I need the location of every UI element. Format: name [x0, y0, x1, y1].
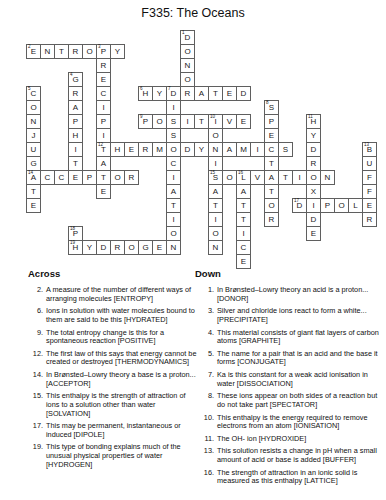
grid-cell-r11c24[interactable]: F — [362, 184, 377, 199]
cell-letter: P — [73, 117, 78, 126]
cell-letter: N — [213, 145, 219, 154]
cell-letter: O — [156, 117, 162, 126]
clue-text: This enthalpy is the strength of attract… — [46, 392, 200, 418]
grid-cell-r4c11[interactable]: R — [180, 86, 195, 101]
cell-letter: P — [143, 117, 148, 126]
cell-letter: O — [128, 243, 134, 252]
across-clue-12: 12.The first law of this says that energ… — [10, 350, 200, 367]
cell-letter: N — [213, 243, 219, 252]
cell-letter: D — [241, 89, 247, 98]
grid-cell-r12c22[interactable]: O — [334, 198, 349, 213]
clue-num-label: 15. — [10, 392, 46, 418]
clue-num-label: 14. — [10, 371, 46, 388]
grid-cell-r10c14[interactable]: O — [222, 170, 237, 185]
cell-letter: I — [102, 103, 104, 112]
down-clues-list: 1.In Brønsted–Lowry theory an acid is a … — [192, 286, 384, 486]
cell-letter: E — [101, 187, 106, 196]
grid-cell-r4c10[interactable]: 7D — [166, 86, 181, 101]
clue-text: Ka is this constant for a weak acid ioni… — [217, 371, 384, 388]
grid-cell-r8c5[interactable]: 12T — [96, 142, 111, 157]
cell-letter: P — [87, 173, 92, 182]
grid-cell-r8c9[interactable]: M — [152, 142, 167, 157]
grid-cell-r10c18[interactable]: T — [278, 170, 293, 185]
grid-cell-r10c3[interactable]: E — [68, 170, 83, 185]
cell-letter: T — [213, 89, 218, 98]
grid-cell-r8c0[interactable]: U — [26, 142, 41, 157]
grid-cell-r11c10[interactable]: A — [166, 184, 181, 199]
clue-num-label: 5. — [192, 350, 217, 367]
cell-letter: T — [59, 47, 64, 56]
cell-letter: T — [171, 201, 176, 210]
grid-cell-r4c13[interactable]: T — [208, 86, 223, 101]
cell-letter: C — [101, 89, 107, 98]
grid-cell-r13c17[interactable]: R — [264, 212, 279, 227]
grid-cell-r11c13[interactable]: A — [208, 184, 223, 199]
grid-cell-r9c3[interactable]: T — [68, 156, 83, 171]
cell-letter: E — [367, 201, 372, 210]
grid-cell-r6c10[interactable]: S — [166, 114, 181, 129]
cell-letter: I — [214, 215, 216, 224]
cell-letter: T — [213, 201, 218, 210]
cell-letter: M — [156, 145, 163, 154]
grid-cell-r7c10[interactable]: S — [166, 128, 181, 143]
cell-letter: E — [227, 89, 232, 98]
cell-letter: D — [171, 89, 177, 98]
across-clue-14: 14.In Brønsted–Lowry theory a base is a … — [10, 371, 200, 388]
grid-cell-r7c17[interactable]: E — [264, 128, 279, 143]
cell-letter: C — [241, 243, 247, 252]
grid-cell-r6c13[interactable]: 10I — [208, 114, 223, 129]
clue-number-7: 7 — [168, 87, 171, 92]
grid-cell-r13c13[interactable]: I — [208, 212, 223, 227]
grid-cell-r12c24[interactable]: E — [362, 198, 377, 213]
cell-letter: E — [241, 257, 246, 266]
grid-cell-r5c5[interactable]: I — [96, 100, 111, 115]
grid-cell-r6c15[interactable]: E — [236, 114, 251, 129]
cell-letter: C — [31, 89, 37, 98]
cell-letter: L — [353, 201, 357, 210]
grid-cell-r9c24[interactable]: U — [362, 156, 377, 171]
grid-cell-r8c13[interactable]: N — [208, 142, 223, 157]
cell-letter: A — [171, 187, 176, 196]
grid-cell-r12c15[interactable]: T — [236, 198, 251, 213]
cell-letter: Y — [311, 131, 316, 140]
grid-cell-r10c1[interactable]: C — [40, 170, 55, 185]
grid-cell-r10c13[interactable]: 15S — [208, 170, 223, 185]
cell-letter: P — [101, 47, 106, 56]
cell-letter: G — [72, 75, 78, 84]
clue-number-13: 13 — [364, 143, 369, 148]
cell-letter: T — [283, 173, 288, 182]
cell-letter: V — [255, 173, 260, 182]
grid-cell-r14c3[interactable]: 18P — [68, 226, 83, 241]
cell-letter: H — [73, 131, 79, 140]
grid-cell-r11c0[interactable]: T — [26, 184, 41, 199]
clue-text: This enthalpy is the energy required to … — [217, 414, 384, 431]
grid-cell-r6c8[interactable]: 9P — [138, 114, 153, 129]
clue-text: The strength of attraction in an ionic s… — [217, 469, 384, 486]
cell-letter: I — [74, 145, 76, 154]
down-header: Down — [195, 268, 384, 279]
grid-cell-r6c0[interactable]: N — [26, 114, 41, 129]
clue-number-19: 19 — [70, 241, 75, 246]
cell-letter: E — [73, 173, 78, 182]
cell-letter: D — [185, 33, 191, 42]
across-clues-list: 2.A measure of the number of different w… — [10, 286, 200, 469]
grid-cell-r11c5[interactable]: E — [96, 184, 111, 199]
grid-cell-r10c20[interactable]: O — [306, 170, 321, 185]
grid-cell-r9c20[interactable]: R — [306, 156, 321, 171]
grid-cell-r14c20[interactable]: E — [306, 226, 321, 241]
grid-cell-r7c0[interactable]: J — [26, 128, 41, 143]
clue-text: This may be permanent, instantaneous or … — [46, 422, 200, 439]
cell-letter: S — [171, 131, 176, 140]
grid-cell-r9c10[interactable]: C — [166, 156, 181, 171]
page-title: F335: The Oceans — [0, 6, 386, 20]
cell-letter: A — [269, 173, 274, 182]
grid-cell-r4c14[interactable]: E — [222, 86, 237, 101]
cell-letter: T — [241, 201, 246, 210]
grid-cell-r1c5[interactable]: 3P — [96, 44, 111, 59]
clue-num-label: 1. — [192, 286, 217, 303]
grid-cell-r12c0[interactable]: E — [26, 198, 41, 213]
grid-cell-r4c0[interactable]: 5C — [26, 86, 41, 101]
cell-letter: R — [311, 159, 317, 168]
cell-letter: Y — [87, 243, 92, 252]
clue-number-1: 1 — [182, 31, 185, 36]
cell-letter: C — [59, 173, 65, 182]
clue-number-11: 11 — [308, 115, 313, 120]
clue-text: Ions in solution with water molecules bo… — [46, 307, 200, 324]
cell-letter: C — [269, 145, 275, 154]
cell-letter: A — [199, 89, 204, 98]
grid-cell-r8c11[interactable]: D — [180, 142, 195, 157]
grid-cell-r4c15[interactable]: D — [236, 86, 251, 101]
cell-letter: R — [143, 145, 149, 154]
grid-cell-r10c21[interactable]: N — [320, 170, 335, 185]
grid-cell-r8c15[interactable]: M — [236, 142, 251, 157]
grid-cell-r12c10[interactable]: T — [166, 198, 181, 213]
grid-cell-r14c10[interactable]: O — [166, 226, 181, 241]
cell-letter: X — [311, 187, 316, 196]
grid-cell-r1c0[interactable]: 2E — [26, 44, 41, 59]
grid-cell-r8c12[interactable]: Y — [194, 142, 209, 157]
grid-cell-r3c5[interactable]: E — [96, 72, 111, 87]
clue-number-9: 9 — [140, 115, 143, 120]
grid-cell-r8c10[interactable]: O — [166, 142, 181, 157]
grid-cell-r10c15[interactable]: 16L — [236, 170, 251, 185]
clue-num-label: 7. — [192, 371, 217, 388]
grid-cell-r8c7[interactable]: E — [124, 142, 139, 157]
cell-letter: F — [367, 173, 372, 182]
grid-cell-r10c0[interactable]: 14A — [26, 170, 41, 185]
cell-letter: P — [325, 201, 330, 210]
across-clue-19: 19.This type of bonding explains much of… — [10, 443, 200, 469]
grid-cell-r8c16[interactable]: I — [250, 142, 265, 157]
grid-cell-r15c4[interactable]: Y — [82, 240, 97, 255]
cell-letter: O — [310, 173, 316, 182]
cell-letter: R — [269, 215, 275, 224]
cell-letter: I — [256, 145, 258, 154]
grid-cell-r6c20[interactable]: 11H — [306, 114, 321, 129]
grid-cell-r14c13[interactable]: O — [208, 226, 223, 241]
grid-cell-r4c3[interactable]: R — [68, 86, 83, 101]
grid-cell-r15c10[interactable]: N — [166, 240, 181, 255]
clue-text: Silver and chloride ions react to form a… — [217, 307, 384, 324]
cell-letter: T — [73, 159, 78, 168]
cell-letter: V — [227, 117, 232, 126]
cell-letter: A — [101, 159, 106, 168]
clue-number-8: 8 — [266, 101, 269, 106]
down-clues-column: Down 1.In Brønsted–Lowry theory an acid … — [192, 266, 384, 490]
grid-cell-r10c4[interactable]: P — [82, 170, 97, 185]
clue-number-15: 15 — [210, 171, 215, 176]
grid-cell-r1c6[interactable]: Y — [110, 44, 125, 59]
grid-cell-r15c9[interactable]: E — [152, 240, 167, 255]
grid-cell-r10c17[interactable]: A — [264, 170, 279, 185]
cell-letter: J — [32, 131, 36, 140]
grid-cell-r4c8[interactable]: 6H — [138, 86, 153, 101]
cell-letter: A — [227, 145, 232, 154]
grid-cell-r12c19[interactable]: 17D — [292, 198, 307, 213]
cell-letter: E — [101, 75, 106, 84]
grid-cell-r13c15[interactable]: T — [236, 212, 251, 227]
cell-letter: O — [170, 229, 176, 238]
cell-letter: O — [212, 131, 218, 140]
grid-cell-r10c5[interactable]: T — [96, 170, 111, 185]
cell-letter: I — [186, 117, 188, 126]
cell-letter: R — [101, 61, 107, 70]
clue-num-label: 10. — [192, 414, 217, 431]
cell-letter: O — [86, 47, 92, 56]
grid-cell-r0c11[interactable]: 1D — [180, 30, 195, 45]
grid-cell-r8c3[interactable]: I — [68, 142, 83, 157]
grid-cell-r8c20[interactable]: D — [306, 142, 321, 157]
cell-letter: G — [142, 243, 148, 252]
cell-letter: S — [283, 145, 288, 154]
grid-cell-r12c20[interactable]: I — [306, 198, 321, 213]
down-clue-5: 5.The name for a pair that is an acid an… — [192, 350, 384, 367]
grid-cell-r10c10[interactable]: I — [166, 170, 181, 185]
cell-letter: I — [242, 229, 244, 238]
grid-cell-r6c12[interactable]: T — [194, 114, 209, 129]
cell-letter: H — [115, 145, 121, 154]
clue-number-6: 6 — [140, 87, 143, 92]
clue-num-label: 9. — [10, 329, 46, 346]
grid-cell-r6c3[interactable]: P — [68, 114, 83, 129]
grid-cell-r13c20[interactable]: D — [306, 212, 321, 227]
grid-cell-r5c10[interactable]: I — [166, 100, 181, 115]
grid-cell-r14c15[interactable]: I — [236, 226, 251, 241]
cell-letter: R — [115, 243, 121, 252]
grid-cell-r15c3[interactable]: 19H — [68, 240, 83, 255]
grid-cell-r10c24[interactable]: F — [362, 170, 377, 185]
grid-cell-r8c8[interactable]: R — [138, 142, 153, 157]
grid-cell-r6c5[interactable]: P — [96, 114, 111, 129]
grid-cell-r8c18[interactable]: S — [278, 142, 293, 157]
grid-cell-r12c17[interactable]: O — [264, 198, 279, 213]
grid-cell-r7c20[interactable]: Y — [306, 128, 321, 143]
grid-cell-r15c13[interactable]: N — [208, 240, 223, 255]
grid-cell-r5c17[interactable]: 8S — [264, 100, 279, 115]
cell-letter: T — [241, 215, 246, 224]
clue-number-17: 17 — [294, 199, 299, 204]
grid-cell-r15c7[interactable]: O — [124, 240, 139, 255]
cell-letter: S — [269, 103, 274, 112]
grid-cell-r15c8[interactable]: G — [138, 240, 153, 255]
grid-cell-r2c5[interactable]: R — [96, 58, 111, 73]
grid-cell-r9c5[interactable]: A — [96, 156, 111, 171]
grid-cell-r2c11[interactable]: N — [180, 58, 195, 73]
grid-cell-r6c17[interactable]: P — [264, 114, 279, 129]
grid-cell-r1c11[interactable]: O — [180, 44, 195, 59]
grid-cell-r8c24[interactable]: 13B — [362, 142, 377, 157]
grid-cell-r7c5[interactable]: I — [96, 128, 111, 143]
grid-cell-r5c0[interactable]: O — [26, 100, 41, 115]
down-clue-16: 16.The strength of attraction in an ioni… — [192, 469, 384, 486]
clue-number-2: 2 — [28, 45, 31, 50]
cell-letter: D — [101, 243, 107, 252]
down-clue-7: 7.Ka is this constant for a weak acid io… — [192, 371, 384, 388]
cell-letter: N — [31, 117, 37, 126]
grid-cell-r3c11[interactable]: O — [180, 72, 195, 87]
cell-letter: G — [30, 159, 36, 168]
grid-cell-r4c12[interactable]: A — [194, 86, 209, 101]
across-clue-9: 9.The total entropy change is this for a… — [10, 329, 200, 346]
across-clue-2: 2.A measure of the number of different w… — [10, 286, 200, 303]
clue-number-10: 10 — [210, 115, 215, 120]
cell-letter: N — [325, 173, 331, 182]
cell-letter: M — [240, 145, 247, 154]
grid-cell-r1c2[interactable]: T — [54, 44, 69, 59]
grid-cell-r5c3[interactable]: A — [68, 100, 83, 115]
clue-text: A measure of the number of different way… — [46, 286, 200, 303]
grid-cell-r10c19[interactable]: I — [292, 170, 307, 185]
grid-cell-r15c6[interactable]: R — [110, 240, 125, 255]
clue-num-label: 19. — [10, 443, 46, 469]
clue-number-3: 3 — [98, 45, 101, 50]
grid-cell-r10c7[interactable]: R — [124, 170, 139, 185]
cell-letter: I — [172, 103, 174, 112]
clue-num-label: 4. — [192, 329, 217, 346]
cell-letter: A — [213, 187, 218, 196]
clue-text: The name for a pair that is an acid and … — [217, 350, 384, 367]
grid-cell-r7c13[interactable]: O — [208, 128, 223, 143]
grid-cell-r4c9[interactable]: Y — [152, 86, 167, 101]
cell-letter: P — [101, 117, 106, 126]
grid-cell-r6c14[interactable]: V — [222, 114, 237, 129]
clue-num-label: 16. — [192, 469, 217, 486]
cell-letter: T — [269, 159, 274, 168]
down-clue-8: 8.These ions appear on both sides of a r… — [192, 392, 384, 409]
down-clue-10: 10.This enthalpy is the energy required … — [192, 414, 384, 431]
cell-letter: S — [171, 117, 176, 126]
grid-cell-r6c11[interactable]: I — [180, 114, 195, 129]
grid-cell-r10c6[interactable]: O — [110, 170, 125, 185]
clue-num-label: 11. — [192, 435, 217, 444]
cell-letter: U — [367, 159, 373, 168]
cell-letter: C — [45, 173, 51, 182]
cell-letter: I — [102, 131, 104, 140]
grid-cell-r12c23[interactable]: L — [348, 198, 363, 213]
clue-num-label: 2. — [10, 286, 46, 303]
grid-cell-r9c0[interactable]: G — [26, 156, 41, 171]
cell-letter: R — [185, 89, 191, 98]
grid-cell-r13c10[interactable]: I — [166, 212, 181, 227]
clue-text: In Brønsted–Lowry theory a base is a pro… — [46, 371, 200, 388]
grid-cell-r10c2[interactable]: C — [54, 170, 69, 185]
cell-letter: U — [31, 145, 37, 154]
across-clue-15: 15.This enthalpy is the strength of attr… — [10, 392, 200, 418]
clue-text: In Brønsted–Lowry theory an acid is a pr… — [217, 286, 384, 303]
grid-cell-r1c3[interactable]: R — [68, 44, 83, 59]
cell-letter: O — [184, 75, 190, 84]
clue-number-18: 18 — [70, 227, 75, 232]
clue-num-label: 3. — [192, 307, 217, 324]
across-clue-6: 6.Ions in solution with water molecules … — [10, 307, 200, 324]
cell-letter: A — [73, 103, 78, 112]
grid-cell-r9c13[interactable]: I — [208, 156, 223, 171]
grid-cell-r8c14[interactable]: A — [222, 142, 237, 157]
grid-cell-r15c5[interactable]: D — [96, 240, 111, 255]
grid-cell-r13c24[interactable]: R — [362, 212, 377, 227]
grid-cell-r11c15[interactable]: A — [236, 184, 251, 199]
cell-letter: N — [185, 61, 191, 70]
cell-letter: O — [268, 201, 274, 210]
clue-number-12: 12 — [98, 143, 103, 148]
grid-cell-r3c3[interactable]: 4G — [68, 72, 83, 87]
cell-letter: E — [31, 47, 36, 56]
grid-cell-r9c17[interactable]: T — [264, 156, 279, 171]
cell-letter: T — [101, 173, 106, 182]
cell-letter: Y — [115, 47, 120, 56]
cell-letter: D — [185, 145, 191, 154]
cell-letter: D — [311, 145, 317, 154]
grid-cell-r10c16[interactable]: V — [250, 170, 265, 185]
grid-cell-r12c13[interactable]: T — [208, 198, 223, 213]
cell-letter: P — [269, 117, 274, 126]
cell-letter: O — [30, 103, 36, 112]
grid-cell-r8c6[interactable]: H — [110, 142, 125, 157]
grid-cell-r7c3[interactable]: H — [68, 128, 83, 143]
clue-text: This type of bonding explains much of th… — [46, 443, 200, 469]
cell-letter: I — [298, 173, 300, 182]
cell-letter: E — [31, 201, 36, 210]
across-header: Across — [28, 268, 200, 279]
across-clues-column: Across 2.A measure of the number of diff… — [10, 266, 200, 473]
grid-cell-r4c5[interactable]: C — [96, 86, 111, 101]
clue-number-16: 16 — [238, 171, 243, 176]
cell-letter: O — [226, 173, 232, 182]
grid-cell-r6c9[interactable]: O — [152, 114, 167, 129]
cell-letter: E — [311, 229, 316, 238]
grid-cell-r15c15[interactable]: C — [236, 240, 251, 255]
grid-cell-r11c17[interactable]: T — [264, 184, 279, 199]
cell-letter: O — [114, 173, 120, 182]
grid-cell-r12c21[interactable]: P — [320, 198, 335, 213]
grid-cell-r1c1[interactable]: N — [40, 44, 55, 59]
grid-cell-r1c4[interactable]: O — [82, 44, 97, 59]
cell-letter: I — [172, 173, 174, 182]
down-clue-3: 3.Silver and chloride ions react to form… — [192, 307, 384, 324]
cell-letter: C — [171, 159, 177, 168]
down-clue-1: 1.In Brønsted–Lowry theory an acid is a … — [192, 286, 384, 303]
grid-cell-r8c17[interactable]: C — [264, 142, 279, 157]
cell-letter: A — [241, 187, 246, 196]
clue-text: This solution resists a change in pH whe… — [217, 447, 384, 464]
clue-num-label: 17. — [10, 422, 46, 439]
grid-cell-r11c20[interactable]: X — [306, 184, 321, 199]
